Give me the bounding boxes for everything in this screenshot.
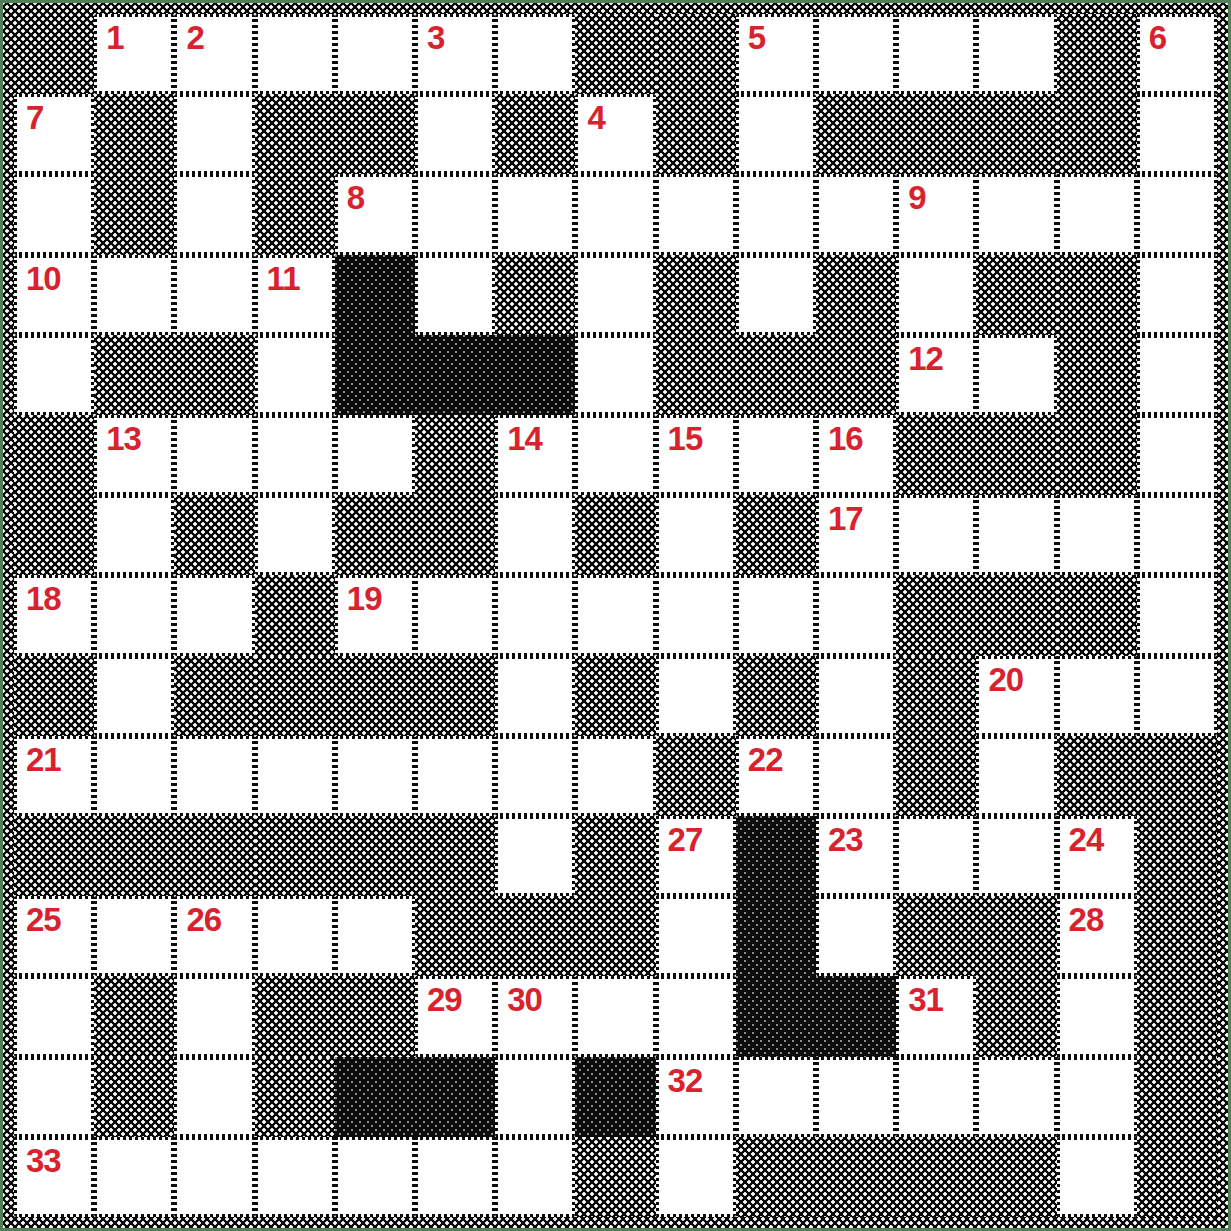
cell-r10-c2 <box>174 816 254 896</box>
cell-r2-c4[interactable]: 8 <box>335 174 415 254</box>
cell-r10-c10[interactable]: 23 <box>816 816 896 896</box>
cell-r1-c9[interactable] <box>736 94 816 174</box>
cell-r10-c13[interactable]: 24 <box>1057 816 1137 896</box>
clue-number-3: 3 <box>427 19 444 57</box>
cell-r3-c9[interactable] <box>736 255 816 335</box>
clue-number-2: 2 <box>186 19 203 57</box>
cell-r4-c2 <box>174 335 254 415</box>
cell-r4-c5 <box>415 335 495 415</box>
cell-r9-c8 <box>656 736 736 816</box>
clue-number-19: 19 <box>347 580 382 618</box>
cell-r3-c4 <box>335 255 415 335</box>
cell-r13-c6[interactable] <box>495 1057 575 1137</box>
clue-number-24: 24 <box>1069 821 1104 859</box>
cell-r1-c8 <box>656 94 736 174</box>
cell-r7-c9[interactable] <box>736 575 816 655</box>
cell-r14-c1[interactable] <box>94 1137 174 1217</box>
cell-r1-c11 <box>896 94 976 174</box>
crossword-grid: 1235674891011121314151617181920212227232… <box>14 14 1217 1217</box>
cell-r9-c0[interactable]: 21 <box>14 736 94 816</box>
clue-number-12: 12 <box>908 340 943 378</box>
cell-r5-c6[interactable]: 14 <box>495 415 575 495</box>
cell-r14-c13[interactable] <box>1057 1137 1137 1217</box>
cell-r5-c14[interactable] <box>1137 415 1217 495</box>
cell-r12-c2[interactable] <box>174 976 254 1056</box>
cell-r8-c1[interactable] <box>94 656 174 736</box>
cell-r9-c13 <box>1057 736 1137 816</box>
cell-r11-c12 <box>976 896 1056 976</box>
clue-number-25: 25 <box>26 901 61 939</box>
cell-r11-c14 <box>1137 896 1217 976</box>
cell-r11-c13[interactable]: 28 <box>1057 896 1137 976</box>
cell-r5-c13 <box>1057 415 1137 495</box>
cell-r0-c4[interactable] <box>335 14 415 94</box>
cell-r1-c14[interactable] <box>1137 94 1217 174</box>
cell-r14-c11 <box>896 1137 976 1217</box>
cell-r10-c0 <box>14 816 94 896</box>
cell-r11-c3[interactable] <box>255 896 335 976</box>
cell-r9-c10[interactable] <box>816 736 896 816</box>
cell-r10-c6[interactable] <box>495 816 575 896</box>
cell-r0-c10[interactable] <box>816 14 896 94</box>
cell-r11-c6 <box>495 896 575 976</box>
cell-r11-c8[interactable] <box>656 896 736 976</box>
cell-r7-c2[interactable] <box>174 575 254 655</box>
cell-r8-c11 <box>896 656 976 736</box>
cell-r6-c3[interactable] <box>255 495 335 575</box>
cell-r4-c12[interactable] <box>976 335 1056 415</box>
cell-r1-c13 <box>1057 94 1137 174</box>
cell-r7-c6[interactable] <box>495 575 575 655</box>
cell-r0-c5[interactable]: 3 <box>415 14 495 94</box>
cell-r5-c4[interactable] <box>335 415 415 495</box>
cell-r0-c2[interactable]: 2 <box>174 14 254 94</box>
cell-r9-c2[interactable] <box>174 736 254 816</box>
cell-r3-c13 <box>1057 255 1137 335</box>
clue-number-4: 4 <box>587 99 604 137</box>
cell-r2-c6[interactable] <box>495 174 575 254</box>
cell-r4-c10 <box>816 335 896 415</box>
cell-r14-c5[interactable] <box>415 1137 495 1217</box>
cell-r14-c6[interactable] <box>495 1137 575 1217</box>
board-frame: 1235674891011121314151617181920212227232… <box>3 3 1228 1228</box>
clue-number-32: 32 <box>668 1062 703 1100</box>
cell-r3-c11[interactable] <box>896 255 976 335</box>
cell-r5-c10[interactable]: 16 <box>816 415 896 495</box>
clue-number-21: 21 <box>26 741 61 779</box>
cell-r8-c12[interactable]: 20 <box>976 656 1056 736</box>
cell-r4-c0[interactable] <box>14 335 94 415</box>
cell-r5-c9[interactable] <box>736 415 816 495</box>
cell-r5-c0 <box>14 415 94 495</box>
cell-r12-c0[interactable] <box>14 976 94 1056</box>
cell-r5-c2[interactable] <box>174 415 254 495</box>
cell-r14-c9 <box>736 1137 816 1217</box>
cell-r9-c5[interactable] <box>415 736 495 816</box>
cell-r7-c13 <box>1057 575 1137 655</box>
cell-r10-c12[interactable] <box>976 816 1056 896</box>
cell-r6-c12[interactable] <box>976 495 1056 575</box>
clue-number-22: 22 <box>748 741 783 779</box>
clue-number-28: 28 <box>1069 901 1104 939</box>
cell-r9-c9[interactable]: 22 <box>736 736 816 816</box>
cell-r5-c3[interactable] <box>255 415 335 495</box>
clue-number-5: 5 <box>748 19 765 57</box>
cell-r6-c6[interactable] <box>495 495 575 575</box>
cell-r3-c7[interactable] <box>575 255 655 335</box>
cell-r1-c7[interactable]: 4 <box>575 94 655 174</box>
cell-r7-c3 <box>255 575 335 655</box>
cell-r6-c10[interactable]: 17 <box>816 495 896 575</box>
cell-r13-c0[interactable] <box>14 1057 94 1137</box>
clue-number-8: 8 <box>347 179 364 217</box>
cell-r9-c11 <box>896 736 976 816</box>
cell-r3-c2[interactable] <box>174 255 254 335</box>
cell-r0-c7 <box>575 14 655 94</box>
clue-number-30: 30 <box>507 981 542 1019</box>
cell-r0-c3[interactable] <box>255 14 335 94</box>
clue-number-10: 10 <box>26 260 61 298</box>
clue-number-13: 13 <box>106 420 141 458</box>
clue-number-27: 27 <box>668 821 703 859</box>
cell-r7-c5[interactable] <box>415 575 495 655</box>
clue-number-29: 29 <box>427 981 462 1019</box>
cell-r12-c13[interactable] <box>1057 976 1137 1056</box>
cell-r6-c0 <box>14 495 94 575</box>
cell-r6-c2 <box>174 495 254 575</box>
cell-r0-c11[interactable] <box>896 14 976 94</box>
cell-r11-c7 <box>575 896 655 976</box>
cell-r10-c5 <box>415 816 495 896</box>
cell-r5-c5 <box>415 415 495 495</box>
clue-number-20: 20 <box>988 661 1023 699</box>
cell-r0-c13 <box>1057 14 1137 94</box>
cell-r14-c12 <box>976 1137 1056 1217</box>
cell-r4-c11[interactable]: 12 <box>896 335 976 415</box>
cell-r3-c12 <box>976 255 1056 335</box>
cell-r13-c3 <box>255 1057 335 1137</box>
cell-r2-c14[interactable] <box>1137 174 1217 254</box>
cell-r10-c3 <box>255 816 335 896</box>
cell-r8-c8[interactable] <box>656 656 736 736</box>
cell-r8-c6[interactable] <box>495 656 575 736</box>
cell-r8-c10[interactable] <box>816 656 896 736</box>
cell-r2-c5[interactable] <box>415 174 495 254</box>
cell-r3-c14[interactable] <box>1137 255 1217 335</box>
cell-r4-c9 <box>736 335 816 415</box>
cell-r12-c3 <box>255 976 335 1056</box>
cell-r10-c4 <box>335 816 415 896</box>
clue-number-9: 9 <box>908 179 925 217</box>
cell-r5-c8[interactable]: 15 <box>656 415 736 495</box>
cell-r13-c13[interactable] <box>1057 1057 1137 1137</box>
cell-r7-c0[interactable]: 18 <box>14 575 94 655</box>
cell-r4-c3[interactable] <box>255 335 335 415</box>
cell-r4-c14[interactable] <box>1137 335 1217 415</box>
cell-r1-c12 <box>976 94 1056 174</box>
cell-r2-c10[interactable] <box>816 174 896 254</box>
cell-r12-c14 <box>1137 976 1217 1056</box>
cell-r4-c1 <box>94 335 174 415</box>
cell-r9-c7[interactable] <box>575 736 655 816</box>
cell-r12-c5[interactable]: 29 <box>415 976 495 1056</box>
cell-r11-c4[interactable] <box>335 896 415 976</box>
cell-r1-c6 <box>495 94 575 174</box>
cell-r3-c3[interactable]: 11 <box>255 255 335 335</box>
cell-r10-c9 <box>736 816 816 896</box>
cell-r8-c2 <box>174 656 254 736</box>
cell-r1-c10 <box>816 94 896 174</box>
cell-r12-c7[interactable] <box>575 976 655 1056</box>
cell-r14-c3[interactable] <box>255 1137 335 1217</box>
clue-number-14: 14 <box>507 420 542 458</box>
cell-r0-c0 <box>14 14 94 94</box>
cell-r12-c8[interactable] <box>656 976 736 1056</box>
clue-number-6: 6 <box>1149 19 1166 57</box>
cell-r2-c0[interactable] <box>14 174 94 254</box>
cell-r8-c14[interactable] <box>1137 656 1217 736</box>
cell-r0-c6[interactable] <box>495 14 575 94</box>
cell-r5-c11 <box>896 415 976 495</box>
cell-r3-c1[interactable] <box>94 255 174 335</box>
cell-r10-c11[interactable] <box>896 816 976 896</box>
cell-r6-c13[interactable] <box>1057 495 1137 575</box>
clue-number-15: 15 <box>668 420 703 458</box>
clue-number-17: 17 <box>828 500 863 538</box>
cell-r7-c11 <box>896 575 976 655</box>
cell-r12-c10 <box>816 976 896 1056</box>
clue-number-18: 18 <box>26 580 61 618</box>
cell-r13-c12[interactable] <box>976 1057 1056 1137</box>
cell-r2-c7[interactable] <box>575 174 655 254</box>
cell-r9-c4[interactable] <box>335 736 415 816</box>
cell-r12-c12 <box>976 976 1056 1056</box>
cell-r12-c1 <box>94 976 174 1056</box>
cell-r14-c10 <box>816 1137 896 1217</box>
cell-r6-c9 <box>736 495 816 575</box>
cell-r13-c7 <box>575 1057 655 1137</box>
cell-r11-c1[interactable] <box>94 896 174 976</box>
cell-r11-c0[interactable]: 25 <box>14 896 94 976</box>
cell-r12-c11[interactable]: 31 <box>896 976 976 1056</box>
cell-r0-c12[interactable] <box>976 14 1056 94</box>
cell-r14-c0[interactable]: 33 <box>14 1137 94 1217</box>
cell-r6-c7 <box>575 495 655 575</box>
cell-r2-c2[interactable] <box>174 174 254 254</box>
cell-r7-c8[interactable] <box>656 575 736 655</box>
cell-r1-c1 <box>94 94 174 174</box>
cell-r1-c0[interactable]: 7 <box>14 94 94 174</box>
cell-r10-c14 <box>1137 816 1217 896</box>
cell-r5-c7[interactable] <box>575 415 655 495</box>
cell-r6-c8[interactable] <box>656 495 736 575</box>
cell-r14-c4[interactable] <box>335 1137 415 1217</box>
cell-r10-c1 <box>94 816 174 896</box>
cell-r9-c3[interactable] <box>255 736 335 816</box>
cell-r1-c3 <box>255 94 335 174</box>
cell-r11-c5 <box>415 896 495 976</box>
clue-number-33: 33 <box>26 1142 61 1180</box>
cell-r1-c2[interactable] <box>174 94 254 174</box>
cell-r3-c0[interactable]: 10 <box>14 255 94 335</box>
cell-r2-c9[interactable] <box>736 174 816 254</box>
cell-r13-c9[interactable] <box>736 1057 816 1137</box>
cell-r6-c14[interactable] <box>1137 495 1217 575</box>
cell-r0-c1[interactable]: 1 <box>94 14 174 94</box>
cell-r0-c14[interactable]: 6 <box>1137 14 1217 94</box>
cell-r2-c3 <box>255 174 335 254</box>
cell-r4-c13 <box>1057 335 1137 415</box>
cell-r6-c1[interactable] <box>94 495 174 575</box>
clue-number-16: 16 <box>828 420 863 458</box>
cell-r14-c7 <box>575 1137 655 1217</box>
cell-r3-c6 <box>495 255 575 335</box>
cell-r8-c5 <box>415 656 495 736</box>
clue-number-31: 31 <box>908 981 943 1019</box>
cell-r13-c5 <box>415 1057 495 1137</box>
cell-r13-c11[interactable] <box>896 1057 976 1137</box>
cell-r11-c10[interactable] <box>816 896 896 976</box>
cell-r13-c8[interactable]: 32 <box>656 1057 736 1137</box>
cell-r10-c7 <box>575 816 655 896</box>
cell-r13-c2[interactable] <box>174 1057 254 1137</box>
cell-r5-c12 <box>976 415 1056 495</box>
cell-r7-c10[interactable] <box>816 575 896 655</box>
clue-number-1: 1 <box>106 19 123 57</box>
cell-r11-c2[interactable]: 26 <box>174 896 254 976</box>
cell-r2-c8[interactable] <box>656 174 736 254</box>
cell-r13-c4 <box>335 1057 415 1137</box>
cell-r13-c10[interactable] <box>816 1057 896 1137</box>
cell-r7-c14[interactable] <box>1137 575 1217 655</box>
cell-r14-c2[interactable] <box>174 1137 254 1217</box>
cell-r12-c6[interactable]: 30 <box>495 976 575 1056</box>
cell-r8-c7 <box>575 656 655 736</box>
cell-r1-c5[interactable] <box>415 94 495 174</box>
cell-r7-c7[interactable] <box>575 575 655 655</box>
cell-r8-c13[interactable] <box>1057 656 1137 736</box>
cell-r2-c1 <box>94 174 174 254</box>
cell-r2-c11[interactable]: 9 <box>896 174 976 254</box>
clue-number-26: 26 <box>186 901 221 939</box>
cell-r3-c10 <box>816 255 896 335</box>
cell-r2-c13[interactable] <box>1057 174 1137 254</box>
cell-r13-c14 <box>1137 1057 1217 1137</box>
cell-r7-c1[interactable] <box>94 575 174 655</box>
cell-r14-c8[interactable] <box>656 1137 736 1217</box>
cell-r8-c9 <box>736 656 816 736</box>
cell-r2-c12[interactable] <box>976 174 1056 254</box>
cell-r13-c1 <box>94 1057 174 1137</box>
cell-r10-c8[interactable]: 27 <box>656 816 736 896</box>
cell-r9-c6[interactable] <box>495 736 575 816</box>
cell-r0-c9[interactable]: 5 <box>736 14 816 94</box>
cell-r6-c4 <box>335 495 415 575</box>
cell-r4-c8 <box>656 335 736 415</box>
cell-r4-c6 <box>495 335 575 415</box>
cell-r0-c8 <box>656 14 736 94</box>
clue-number-11: 11 <box>267 260 300 298</box>
cell-r8-c3 <box>255 656 335 736</box>
cell-r3-c8 <box>656 255 736 335</box>
cell-r7-c12 <box>976 575 1056 655</box>
cell-r12-c4 <box>335 976 415 1056</box>
cell-r6-c11[interactable] <box>896 495 976 575</box>
cell-r14-c14 <box>1137 1137 1217 1217</box>
cell-r7-c4[interactable]: 19 <box>335 575 415 655</box>
cell-r1-c4 <box>335 94 415 174</box>
cell-r5-c1[interactable]: 13 <box>94 415 174 495</box>
cell-r6-c5 <box>415 495 495 575</box>
clue-number-7: 7 <box>26 99 43 137</box>
cell-r11-c11 <box>896 896 976 976</box>
cell-r8-c4 <box>335 656 415 736</box>
cell-r9-c14 <box>1137 736 1217 816</box>
cell-r12-c9 <box>736 976 816 1056</box>
clue-number-23: 23 <box>828 821 863 859</box>
cell-r9-c1[interactable] <box>94 736 174 816</box>
cell-r3-c5[interactable] <box>415 255 495 335</box>
cell-r11-c9 <box>736 896 816 976</box>
cell-r4-c4 <box>335 335 415 415</box>
cell-r8-c0 <box>14 656 94 736</box>
cell-r9-c12[interactable] <box>976 736 1056 816</box>
cell-r4-c7[interactable] <box>575 335 655 415</box>
